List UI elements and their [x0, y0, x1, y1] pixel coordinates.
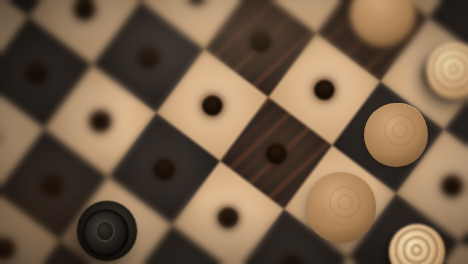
- peg-hole: [0, 122, 3, 151]
- peg-hole: [134, 42, 163, 71]
- white-piece-center: [313, 172, 375, 234]
- black-pawn: [77, 201, 137, 261]
- white-piece-upper-mid: [371, 103, 427, 159]
- peg-hole: [0, 234, 19, 263]
- peg-hole: [182, 0, 211, 8]
- peg-hole: [70, 0, 99, 23]
- peg-hole: [22, 58, 51, 87]
- white-piece-top: [357, 0, 415, 39]
- peg-hole: [437, 171, 466, 200]
- peg-hole: [277, 250, 306, 264]
- peg-hole: [310, 75, 339, 104]
- peg-hole: [261, 138, 290, 167]
- chessboard-photo: Overhead close-up photo of a wooden trav…: [0, 0, 468, 264]
- peg-hole: [149, 154, 178, 183]
- peg-hole: [246, 26, 275, 55]
- peg-hole: [86, 106, 115, 135]
- peg-hole: [213, 202, 242, 231]
- peg-hole: [198, 90, 227, 119]
- peg-hole: [37, 170, 66, 199]
